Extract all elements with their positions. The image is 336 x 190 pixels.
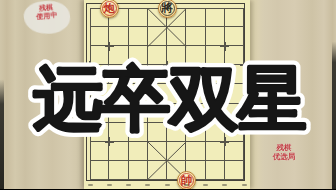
grid-cell	[225, 123, 244, 142]
grid-cell	[129, 46, 148, 65]
grid-cell	[206, 65, 225, 84]
grid-cell	[90, 65, 109, 84]
grid-cell	[186, 65, 205, 84]
grid-cell	[90, 161, 109, 180]
grid-cell	[186, 104, 205, 123]
grid-cell	[167, 123, 186, 142]
grid-cell	[129, 123, 148, 142]
grid-cell	[129, 84, 148, 103]
grid-cell	[129, 104, 148, 123]
grid-cell	[186, 142, 205, 161]
grid-cell	[206, 84, 225, 103]
grid-cell	[167, 142, 186, 161]
grid-cell	[186, 8, 205, 27]
grid-cell	[167, 65, 186, 84]
grid-cell	[109, 161, 128, 180]
grid-cell	[148, 65, 167, 84]
grid-cell	[90, 123, 109, 142]
grid-cell	[109, 104, 128, 123]
grid-cell	[225, 46, 244, 65]
grid-cell	[148, 123, 167, 142]
grid-cell	[186, 46, 205, 65]
watermark-bottom-right: 残棋 优选局	[262, 143, 306, 162]
grid-cell	[109, 27, 128, 46]
file-tick	[242, 184, 247, 186]
grid-cell	[186, 27, 205, 46]
watermark-bottom-right-line2: 优选局	[262, 152, 306, 161]
board-paper: 炮將帥	[84, 0, 250, 189]
piece-character: 炮	[104, 3, 116, 15]
file-tick	[107, 184, 112, 186]
grid-cell	[206, 46, 225, 65]
grid-cell	[225, 65, 244, 84]
grid-cell	[148, 161, 167, 180]
piece-character: 將	[161, 3, 173, 15]
grid-cell	[129, 65, 148, 84]
grid-cell	[225, 84, 244, 103]
video-frame: 炮將帥 远卒双星 远卒双星 残棋 使用中 残棋 优选局	[0, 0, 336, 189]
grid-cell	[167, 84, 186, 103]
grid-cell	[225, 161, 244, 180]
grid-cell	[129, 8, 148, 27]
grid-cell	[129, 27, 148, 46]
grid-cell	[206, 161, 225, 180]
piece-red-cannon[interactable]: 炮	[100, 0, 119, 18]
board-grid: 炮將帥	[90, 8, 244, 180]
watermark-top-left-line2: 使用中	[36, 11, 58, 22]
grid-cell	[109, 142, 128, 161]
grid-cell	[148, 142, 167, 161]
grid-cell	[225, 27, 244, 46]
grid-cell	[148, 27, 167, 46]
grid-cell	[109, 123, 128, 142]
grid-cell	[148, 84, 167, 103]
grid-cell	[90, 27, 109, 46]
grid-cell	[206, 27, 225, 46]
grid-cell	[109, 46, 128, 65]
grid-cell	[167, 104, 186, 123]
file-tick	[165, 184, 170, 186]
grid-cell	[206, 104, 225, 123]
grid-cell	[90, 142, 109, 161]
grid-cell	[109, 84, 128, 103]
piece-black-general[interactable]: 將	[158, 0, 177, 18]
grid-cell	[90, 84, 109, 103]
file-tick	[184, 184, 189, 186]
file-tick	[145, 184, 150, 186]
file-tick	[203, 184, 208, 186]
grid-cell	[167, 27, 186, 46]
grid-cell	[225, 142, 244, 161]
grid-cell	[148, 104, 167, 123]
watermark-bottom-right-line1: 残棋	[262, 143, 306, 152]
grid-cell	[90, 46, 109, 65]
grid-cell	[206, 142, 225, 161]
piece-red-general[interactable]: 帥	[177, 171, 196, 190]
grid-cell	[90, 104, 109, 123]
file-tick	[222, 184, 227, 186]
grid-cell	[186, 84, 205, 103]
grid-cell	[225, 8, 244, 27]
grid-cell	[129, 142, 148, 161]
grid-cell	[148, 46, 167, 65]
file-tick	[126, 184, 131, 186]
grid-cell	[109, 65, 128, 84]
grid-cell	[225, 104, 244, 123]
grid-cell	[186, 123, 205, 142]
file-tick	[88, 184, 93, 186]
grid-cell	[167, 46, 186, 65]
grid-cell	[206, 8, 225, 27]
grid-cell	[206, 123, 225, 142]
grid-cell	[129, 161, 148, 180]
